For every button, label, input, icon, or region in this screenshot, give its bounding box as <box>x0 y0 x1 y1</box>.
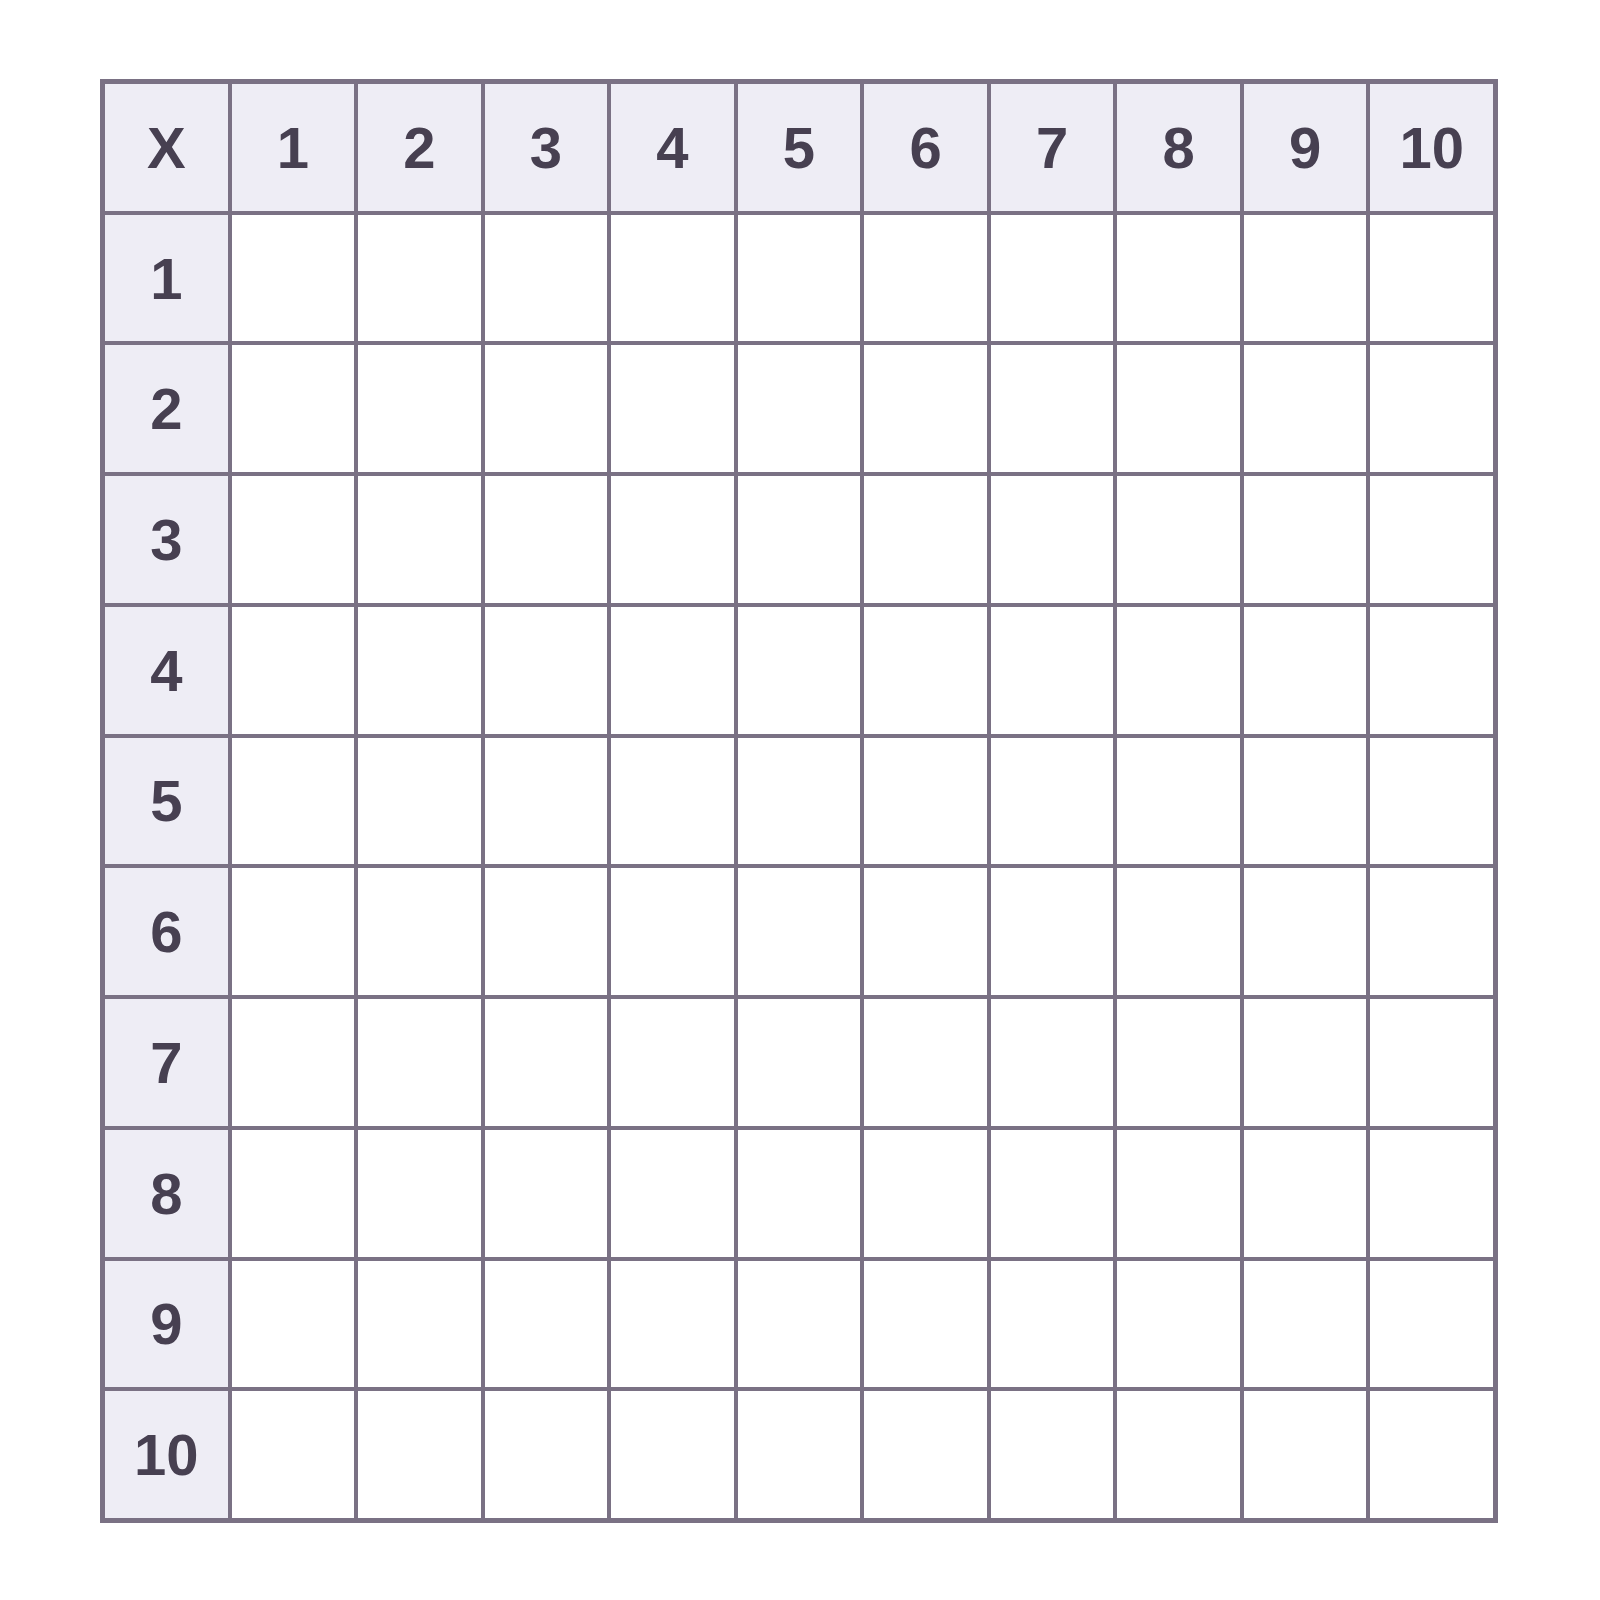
cell-r2-c4[interactable] <box>611 345 734 472</box>
cell-r6-c3[interactable] <box>485 868 608 995</box>
cell-r10-c3[interactable] <box>485 1391 608 1518</box>
cell-r3-c8[interactable] <box>1117 476 1240 603</box>
cell-r4-c9[interactable] <box>1244 607 1367 734</box>
cell-r4-c6[interactable] <box>864 607 987 734</box>
row-header-4: 4 <box>105 607 228 734</box>
row-header-5: 5 <box>105 738 228 865</box>
cell-r8-c2[interactable] <box>358 1130 481 1257</box>
column-header-7: 7 <box>991 84 1114 211</box>
cell-r2-c6[interactable] <box>864 345 987 472</box>
cell-r5-c7[interactable] <box>991 738 1114 865</box>
cell-r10-c1[interactable] <box>232 1391 355 1518</box>
cell-r3-c10[interactable] <box>1370 476 1493 603</box>
cell-r2-c3[interactable] <box>485 345 608 472</box>
cell-r6-c5[interactable] <box>738 868 861 995</box>
cell-r7-c1[interactable] <box>232 999 355 1126</box>
cell-r5-c10[interactable] <box>1370 738 1493 865</box>
cell-r4-c4[interactable] <box>611 607 734 734</box>
row-header-3: 3 <box>105 476 228 603</box>
cell-r1-c9[interactable] <box>1244 215 1367 342</box>
cell-r9-c10[interactable] <box>1370 1261 1493 1388</box>
cell-r8-c1[interactable] <box>232 1130 355 1257</box>
cell-r3-c5[interactable] <box>738 476 861 603</box>
cell-r9-c5[interactable] <box>738 1261 861 1388</box>
corner-cell-x: X <box>105 84 228 211</box>
cell-r2-c7[interactable] <box>991 345 1114 472</box>
cell-r10-c4[interactable] <box>611 1391 734 1518</box>
cell-r1-c1[interactable] <box>232 215 355 342</box>
column-header-8: 8 <box>1117 84 1240 211</box>
row-header-10: 10 <box>105 1391 228 1518</box>
cell-r2-c10[interactable] <box>1370 345 1493 472</box>
cell-r6-c8[interactable] <box>1117 868 1240 995</box>
column-header-9: 9 <box>1244 84 1367 211</box>
cell-r2-c2[interactable] <box>358 345 481 472</box>
cell-r9-c6[interactable] <box>864 1261 987 1388</box>
cell-r6-c9[interactable] <box>1244 868 1367 995</box>
cell-r9-c2[interactable] <box>358 1261 481 1388</box>
cell-r4-c10[interactable] <box>1370 607 1493 734</box>
cell-r7-c5[interactable] <box>738 999 861 1126</box>
cell-r8-c3[interactable] <box>485 1130 608 1257</box>
cell-r2-c8[interactable] <box>1117 345 1240 472</box>
cell-r9-c4[interactable] <box>611 1261 734 1388</box>
cell-r5-c3[interactable] <box>485 738 608 865</box>
cell-r5-c4[interactable] <box>611 738 734 865</box>
cell-r10-c8[interactable] <box>1117 1391 1240 1518</box>
row-header-1: 1 <box>105 215 228 342</box>
cell-r10-c7[interactable] <box>991 1391 1114 1518</box>
row-header-7: 7 <box>105 999 228 1126</box>
cell-r8-c5[interactable] <box>738 1130 861 1257</box>
column-header-10: 10 <box>1370 84 1493 211</box>
cell-r9-c3[interactable] <box>485 1261 608 1388</box>
cell-r1-c4[interactable] <box>611 215 734 342</box>
cell-r5-c9[interactable] <box>1244 738 1367 865</box>
cell-r3-c9[interactable] <box>1244 476 1367 603</box>
row-header-6: 6 <box>105 868 228 995</box>
multiplication-grid: X1234567891012345678910 <box>100 79 1498 1523</box>
cell-r3-c6[interactable] <box>864 476 987 603</box>
cell-r8-c10[interactable] <box>1370 1130 1493 1257</box>
cell-r10-c10[interactable] <box>1370 1391 1493 1518</box>
cell-r9-c1[interactable] <box>232 1261 355 1388</box>
cell-r7-c2[interactable] <box>358 999 481 1126</box>
cell-r5-c1[interactable] <box>232 738 355 865</box>
cell-r1-c2[interactable] <box>358 215 481 342</box>
cell-r1-c6[interactable] <box>864 215 987 342</box>
cell-r1-c3[interactable] <box>485 215 608 342</box>
cell-r3-c7[interactable] <box>991 476 1114 603</box>
cell-r6-c4[interactable] <box>611 868 734 995</box>
cell-r4-c3[interactable] <box>485 607 608 734</box>
cell-r9-c9[interactable] <box>1244 1261 1367 1388</box>
cell-r6-c10[interactable] <box>1370 868 1493 995</box>
column-header-1: 1 <box>232 84 355 211</box>
cell-r1-c8[interactable] <box>1117 215 1240 342</box>
column-header-6: 6 <box>864 84 987 211</box>
cell-r4-c2[interactable] <box>358 607 481 734</box>
cell-r10-c2[interactable] <box>358 1391 481 1518</box>
column-header-3: 3 <box>485 84 608 211</box>
cell-r8-c4[interactable] <box>611 1130 734 1257</box>
row-header-2: 2 <box>105 345 228 472</box>
cell-r5-c6[interactable] <box>864 738 987 865</box>
cell-r3-c3[interactable] <box>485 476 608 603</box>
cell-r2-c5[interactable] <box>738 345 861 472</box>
cell-r6-c7[interactable] <box>991 868 1114 995</box>
column-header-5: 5 <box>738 84 861 211</box>
cell-r7-c9[interactable] <box>1244 999 1367 1126</box>
cell-r6-c2[interactable] <box>358 868 481 995</box>
row-header-8: 8 <box>105 1130 228 1257</box>
cell-r5-c2[interactable] <box>358 738 481 865</box>
cell-r7-c7[interactable] <box>991 999 1114 1126</box>
cell-r2-c9[interactable] <box>1244 345 1367 472</box>
row-header-9: 9 <box>105 1261 228 1388</box>
cell-r8-c6[interactable] <box>864 1130 987 1257</box>
cell-r4-c8[interactable] <box>1117 607 1240 734</box>
cell-r3-c1[interactable] <box>232 476 355 603</box>
cell-r5-c5[interactable] <box>738 738 861 865</box>
cell-r8-c8[interactable] <box>1117 1130 1240 1257</box>
cell-r3-c4[interactable] <box>611 476 734 603</box>
cell-r7-c4[interactable] <box>611 999 734 1126</box>
cell-r4-c5[interactable] <box>738 607 861 734</box>
cell-r7-c10[interactable] <box>1370 999 1493 1126</box>
cell-r10-c5[interactable] <box>738 1391 861 1518</box>
cell-r10-c6[interactable] <box>864 1391 987 1518</box>
cell-r1-c5[interactable] <box>738 215 861 342</box>
cell-r9-c7[interactable] <box>991 1261 1114 1388</box>
cell-r2-c1[interactable] <box>232 345 355 472</box>
cell-r1-c10[interactable] <box>1370 215 1493 342</box>
column-header-4: 4 <box>611 84 734 211</box>
multiplication-table: X1234567891012345678910 <box>100 79 1498 1523</box>
cell-r8-c7[interactable] <box>991 1130 1114 1257</box>
cell-r7-c8[interactable] <box>1117 999 1240 1126</box>
cell-r10-c9[interactable] <box>1244 1391 1367 1518</box>
cell-r9-c8[interactable] <box>1117 1261 1240 1388</box>
cell-r7-c3[interactable] <box>485 999 608 1126</box>
cell-r4-c1[interactable] <box>232 607 355 734</box>
cell-r3-c2[interactable] <box>358 476 481 603</box>
cell-r8-c9[interactable] <box>1244 1130 1367 1257</box>
cell-r5-c8[interactable] <box>1117 738 1240 865</box>
cell-r6-c6[interactable] <box>864 868 987 995</box>
cell-r1-c7[interactable] <box>991 215 1114 342</box>
cell-r6-c1[interactable] <box>232 868 355 995</box>
column-header-2: 2 <box>358 84 481 211</box>
cell-r7-c6[interactable] <box>864 999 987 1126</box>
cell-r4-c7[interactable] <box>991 607 1114 734</box>
